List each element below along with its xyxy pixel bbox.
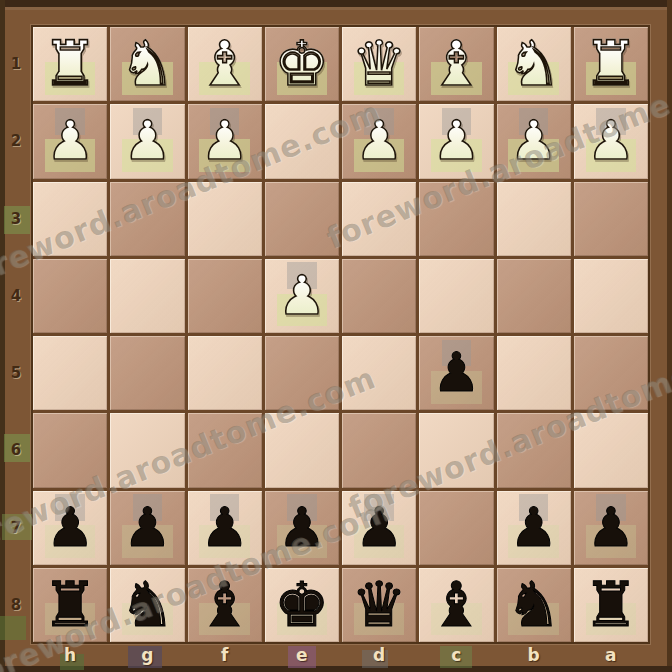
black-rook-h8[interactable]: ♜	[33, 568, 107, 642]
square-d3[interactable]	[342, 182, 416, 256]
square-d8[interactable]: ♛	[342, 568, 416, 642]
rank-label-7: 7	[11, 519, 21, 537]
square-h1[interactable]: ♜	[33, 27, 107, 101]
file-label-f: f	[221, 645, 228, 665]
square-h2[interactable]: ♟	[33, 104, 107, 178]
white-bishop-c1[interactable]: ♝	[419, 27, 493, 101]
square-a1[interactable]: ♜	[574, 27, 648, 101]
black-knight-glyph: ♞	[110, 568, 184, 642]
white-pawn-a2[interactable]: ♟	[574, 104, 648, 178]
square-b6[interactable]	[497, 413, 571, 487]
square-h3[interactable]	[33, 182, 107, 256]
white-rook-glyph: ♜	[574, 27, 648, 101]
square-h5[interactable]	[33, 336, 107, 410]
black-queen-d8[interactable]: ♛	[342, 568, 416, 642]
black-king-glyph: ♚	[265, 568, 339, 642]
white-knight-glyph: ♞	[497, 27, 571, 101]
square-g8[interactable]: ♞	[110, 568, 184, 642]
white-king-glyph: ♚	[265, 27, 339, 101]
square-f8[interactable]: ♝	[188, 568, 262, 642]
black-rook-glyph: ♜	[574, 568, 648, 642]
white-bishop-glyph: ♝	[419, 27, 493, 101]
rank-label-4: 4	[11, 287, 21, 305]
frame-edge-left	[0, 0, 5, 672]
black-bishop-glyph: ♝	[419, 568, 493, 642]
rank-label-6: 6	[11, 441, 21, 459]
black-pawn-e7[interactable]: ♟	[265, 491, 339, 565]
white-king-e1[interactable]: ♚	[265, 27, 339, 101]
white-knight-g1[interactable]: ♞	[110, 27, 184, 101]
square-a5[interactable]	[574, 336, 648, 410]
white-pawn-glyph: ♟	[574, 104, 648, 178]
square-a8[interactable]: ♜	[574, 568, 648, 642]
square-e8[interactable]: ♚	[265, 568, 339, 642]
square-d1[interactable]: ♛	[342, 27, 416, 101]
square-h7[interactable]: ♟	[33, 491, 107, 565]
white-knight-glyph: ♞	[110, 27, 184, 101]
black-pawn-c5[interactable]: ♟	[419, 336, 493, 410]
black-pawn-glyph: ♟	[574, 491, 648, 565]
white-pawn-f2[interactable]: ♟	[188, 104, 262, 178]
black-pawn-h7[interactable]: ♟	[33, 491, 107, 565]
white-pawn-glyph: ♟	[33, 104, 107, 178]
square-c6[interactable]	[419, 413, 493, 487]
square-f3[interactable]	[188, 182, 262, 256]
white-pawn-g2[interactable]: ♟	[110, 104, 184, 178]
rank-label-1: 1	[11, 55, 21, 73]
square-h8[interactable]: ♜	[33, 568, 107, 642]
white-bishop-f1[interactable]: ♝	[188, 27, 262, 101]
black-pawn-glyph: ♟	[110, 491, 184, 565]
white-pawn-h2[interactable]: ♟	[33, 104, 107, 178]
square-c5[interactable]: ♟	[419, 336, 493, 410]
black-pawn-glyph: ♟	[188, 491, 262, 565]
white-queen-glyph: ♛	[342, 27, 416, 101]
square-e2[interactable]	[265, 104, 339, 178]
white-bishop-glyph: ♝	[188, 27, 262, 101]
square-a6[interactable]	[574, 413, 648, 487]
black-rook-glyph: ♜	[33, 568, 107, 642]
square-f5[interactable]	[188, 336, 262, 410]
black-pawn-glyph: ♟	[342, 491, 416, 565]
white-pawn-e4[interactable]: ♟	[265, 259, 339, 333]
square-f6[interactable]	[188, 413, 262, 487]
black-pawn-glyph: ♟	[497, 491, 571, 565]
square-h6[interactable]	[33, 413, 107, 487]
square-g4[interactable]	[110, 259, 184, 333]
square-a2[interactable]: ♟	[574, 104, 648, 178]
black-pawn-glyph: ♟	[419, 336, 493, 410]
black-pawn-d7[interactable]: ♟	[342, 491, 416, 565]
white-pawn-glyph: ♟	[419, 104, 493, 178]
black-bishop-glyph: ♝	[188, 568, 262, 642]
black-knight-glyph: ♞	[497, 568, 571, 642]
rank-label-8: 8	[11, 596, 21, 614]
square-b1[interactable]: ♞	[497, 27, 571, 101]
square-d5[interactable]	[342, 336, 416, 410]
rank-label-2: 2	[11, 132, 21, 150]
black-pawn-b7[interactable]: ♟	[497, 491, 571, 565]
file-label-h: h	[64, 645, 76, 665]
black-pawn-a7[interactable]: ♟	[574, 491, 648, 565]
square-f1[interactable]: ♝	[188, 27, 262, 101]
square-h4[interactable]	[33, 259, 107, 333]
square-b5[interactable]	[497, 336, 571, 410]
square-a7[interactable]: ♟	[574, 491, 648, 565]
frame-edge-bottom	[0, 666, 672, 672]
white-pawn-glyph: ♟	[188, 104, 262, 178]
square-b8[interactable]: ♞	[497, 568, 571, 642]
square-g5[interactable]	[110, 336, 184, 410]
square-d2[interactable]: ♟	[342, 104, 416, 178]
black-queen-glyph: ♛	[342, 568, 416, 642]
square-e3[interactable]	[265, 182, 339, 256]
square-e1[interactable]: ♚	[265, 27, 339, 101]
square-g1[interactable]: ♞	[110, 27, 184, 101]
black-bishop-c8[interactable]: ♝	[419, 568, 493, 642]
file-label-c: c	[451, 645, 461, 665]
frame-highlight	[0, 7, 672, 10]
file-label-g: g	[141, 645, 153, 665]
square-b2[interactable]: ♟	[497, 104, 571, 178]
square-e6[interactable]	[265, 413, 339, 487]
black-pawn-glyph: ♟	[33, 491, 107, 565]
file-label-d: d	[373, 645, 385, 665]
white-pawn-glyph: ♟	[342, 104, 416, 178]
square-e5[interactable]	[265, 336, 339, 410]
square-f4[interactable]	[188, 259, 262, 333]
file-label-e: e	[296, 645, 308, 665]
white-pawn-glyph: ♟	[265, 259, 339, 333]
black-pawn-g7[interactable]: ♟	[110, 491, 184, 565]
square-b4[interactable]	[497, 259, 571, 333]
black-king-e8[interactable]: ♚	[265, 568, 339, 642]
file-label-a: a	[605, 645, 616, 665]
black-knight-g8[interactable]: ♞	[110, 568, 184, 642]
chess-board: ♜♞♝♚♛♝♞♜♟♟♟♟♟♟♟♟♟♟♟♟♟♟♟♟♜♞♝♚♛♝♞♜	[31, 25, 650, 644]
white-pawn-c2[interactable]: ♟	[419, 104, 493, 178]
square-g3[interactable]	[110, 182, 184, 256]
black-pawn-glyph: ♟	[265, 491, 339, 565]
square-a3[interactable]	[574, 182, 648, 256]
white-pawn-b2[interactable]: ♟	[497, 104, 571, 178]
black-rook-a8[interactable]: ♜	[574, 568, 648, 642]
white-rook-a1[interactable]: ♜	[574, 27, 648, 101]
square-d7[interactable]: ♟	[342, 491, 416, 565]
rank-label-3: 3	[11, 210, 21, 228]
chess-board-screenshot: ♜♞♝♚♛♝♞♜♟♟♟♟♟♟♟♟♟♟♟♟♟♟♟♟♜♞♝♚♛♝♞♜ 1234567…	[0, 0, 672, 672]
square-e4[interactable]: ♟	[265, 259, 339, 333]
square-c7[interactable]	[419, 491, 493, 565]
square-g6[interactable]	[110, 413, 184, 487]
square-d4[interactable]	[342, 259, 416, 333]
black-pawn-f7[interactable]: ♟	[188, 491, 262, 565]
square-c3[interactable]	[419, 182, 493, 256]
black-bishop-f8[interactable]: ♝	[188, 568, 262, 642]
square-d6[interactable]	[342, 413, 416, 487]
square-g7[interactable]: ♟	[110, 491, 184, 565]
square-f7[interactable]: ♟	[188, 491, 262, 565]
square-c1[interactable]: ♝	[419, 27, 493, 101]
square-e7[interactable]: ♟	[265, 491, 339, 565]
square-c8[interactable]: ♝	[419, 568, 493, 642]
square-b3[interactable]	[497, 182, 571, 256]
white-rook-h1[interactable]: ♜	[33, 27, 107, 101]
white-knight-b1[interactable]: ♞	[497, 27, 571, 101]
file-label-b: b	[528, 645, 540, 665]
square-c2[interactable]: ♟	[419, 104, 493, 178]
white-pawn-glyph: ♟	[110, 104, 184, 178]
black-knight-b8[interactable]: ♞	[497, 568, 571, 642]
rank-label-5: 5	[11, 364, 21, 382]
frame-edge-top	[0, 0, 672, 7]
square-c4[interactable]	[419, 259, 493, 333]
square-b7[interactable]: ♟	[497, 491, 571, 565]
white-pawn-d2[interactable]: ♟	[342, 104, 416, 178]
square-a4[interactable]	[574, 259, 648, 333]
square-f2[interactable]: ♟	[188, 104, 262, 178]
white-rook-glyph: ♜	[33, 27, 107, 101]
square-g2[interactable]: ♟	[110, 104, 184, 178]
frame-edge-right	[667, 0, 672, 672]
white-pawn-glyph: ♟	[497, 104, 571, 178]
white-queen-d1[interactable]: ♛	[342, 27, 416, 101]
